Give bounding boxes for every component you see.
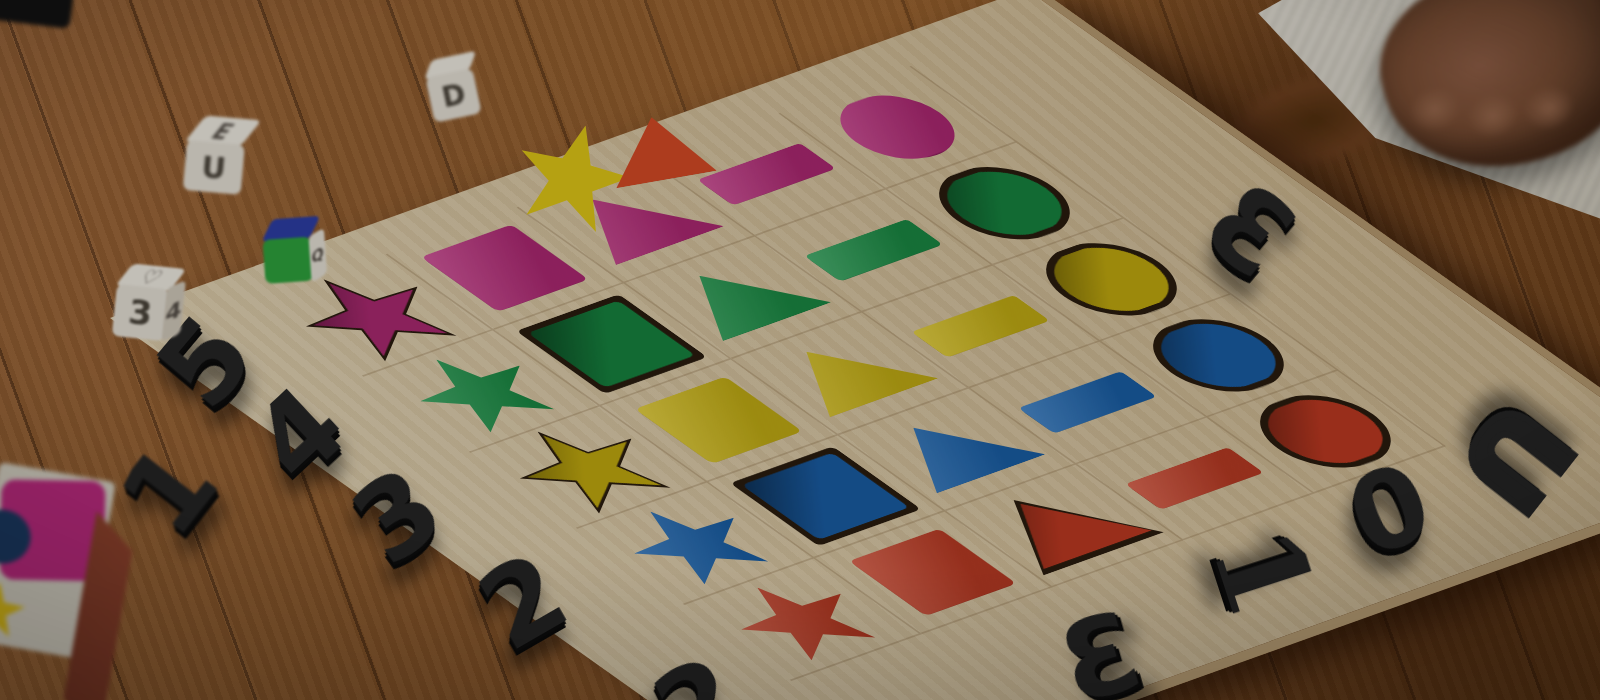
die-front-face: U: [183, 140, 245, 195]
knuckle: [1404, 81, 1466, 138]
die-front-face: [263, 237, 314, 284]
knuckle: [1462, 87, 1524, 144]
photo-scene: 5 4 3 2 2 1 3 1 0 U 3 D E U Q ♡ 3 4: [0, 0, 1600, 700]
knuckle: [1518, 80, 1580, 137]
red-rectangle-piece: [1125, 447, 1264, 510]
die-front-face: 3: [112, 284, 169, 341]
die-front-face: D: [425, 68, 482, 123]
yellow-rectangle-piece: [911, 295, 1050, 358]
green-rectangle-piece: [804, 219, 943, 282]
pink-rectangle-piece: [697, 143, 836, 206]
die-right-face: Q: [308, 227, 327, 282]
blue-rectangle-piece: [1018, 371, 1157, 434]
